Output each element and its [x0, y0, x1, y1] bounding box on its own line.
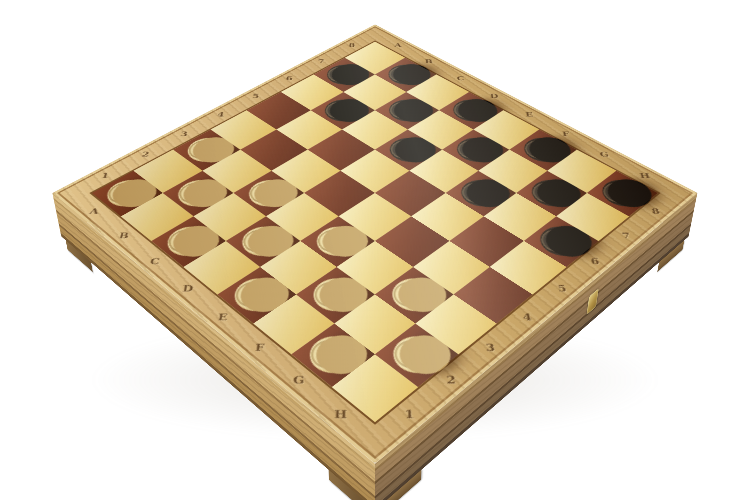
square-G7[interactable]	[516, 171, 587, 217]
square-E8[interactable]	[474, 110, 540, 149]
perspective-stage: 12345678 12345678 ABCDEFGH ABCDEFGH	[0, 0, 750, 500]
square-G5[interactable]	[450, 216, 525, 267]
checkers-board: 12345678 12345678 ABCDEFGH ABCDEFGH	[53, 24, 698, 463]
board-grid	[92, 42, 658, 422]
checkers-box-photo: 12345678 12345678 ABCDEFGH ABCDEFGH	[0, 0, 750, 500]
square-A1[interactable]	[92, 171, 163, 217]
